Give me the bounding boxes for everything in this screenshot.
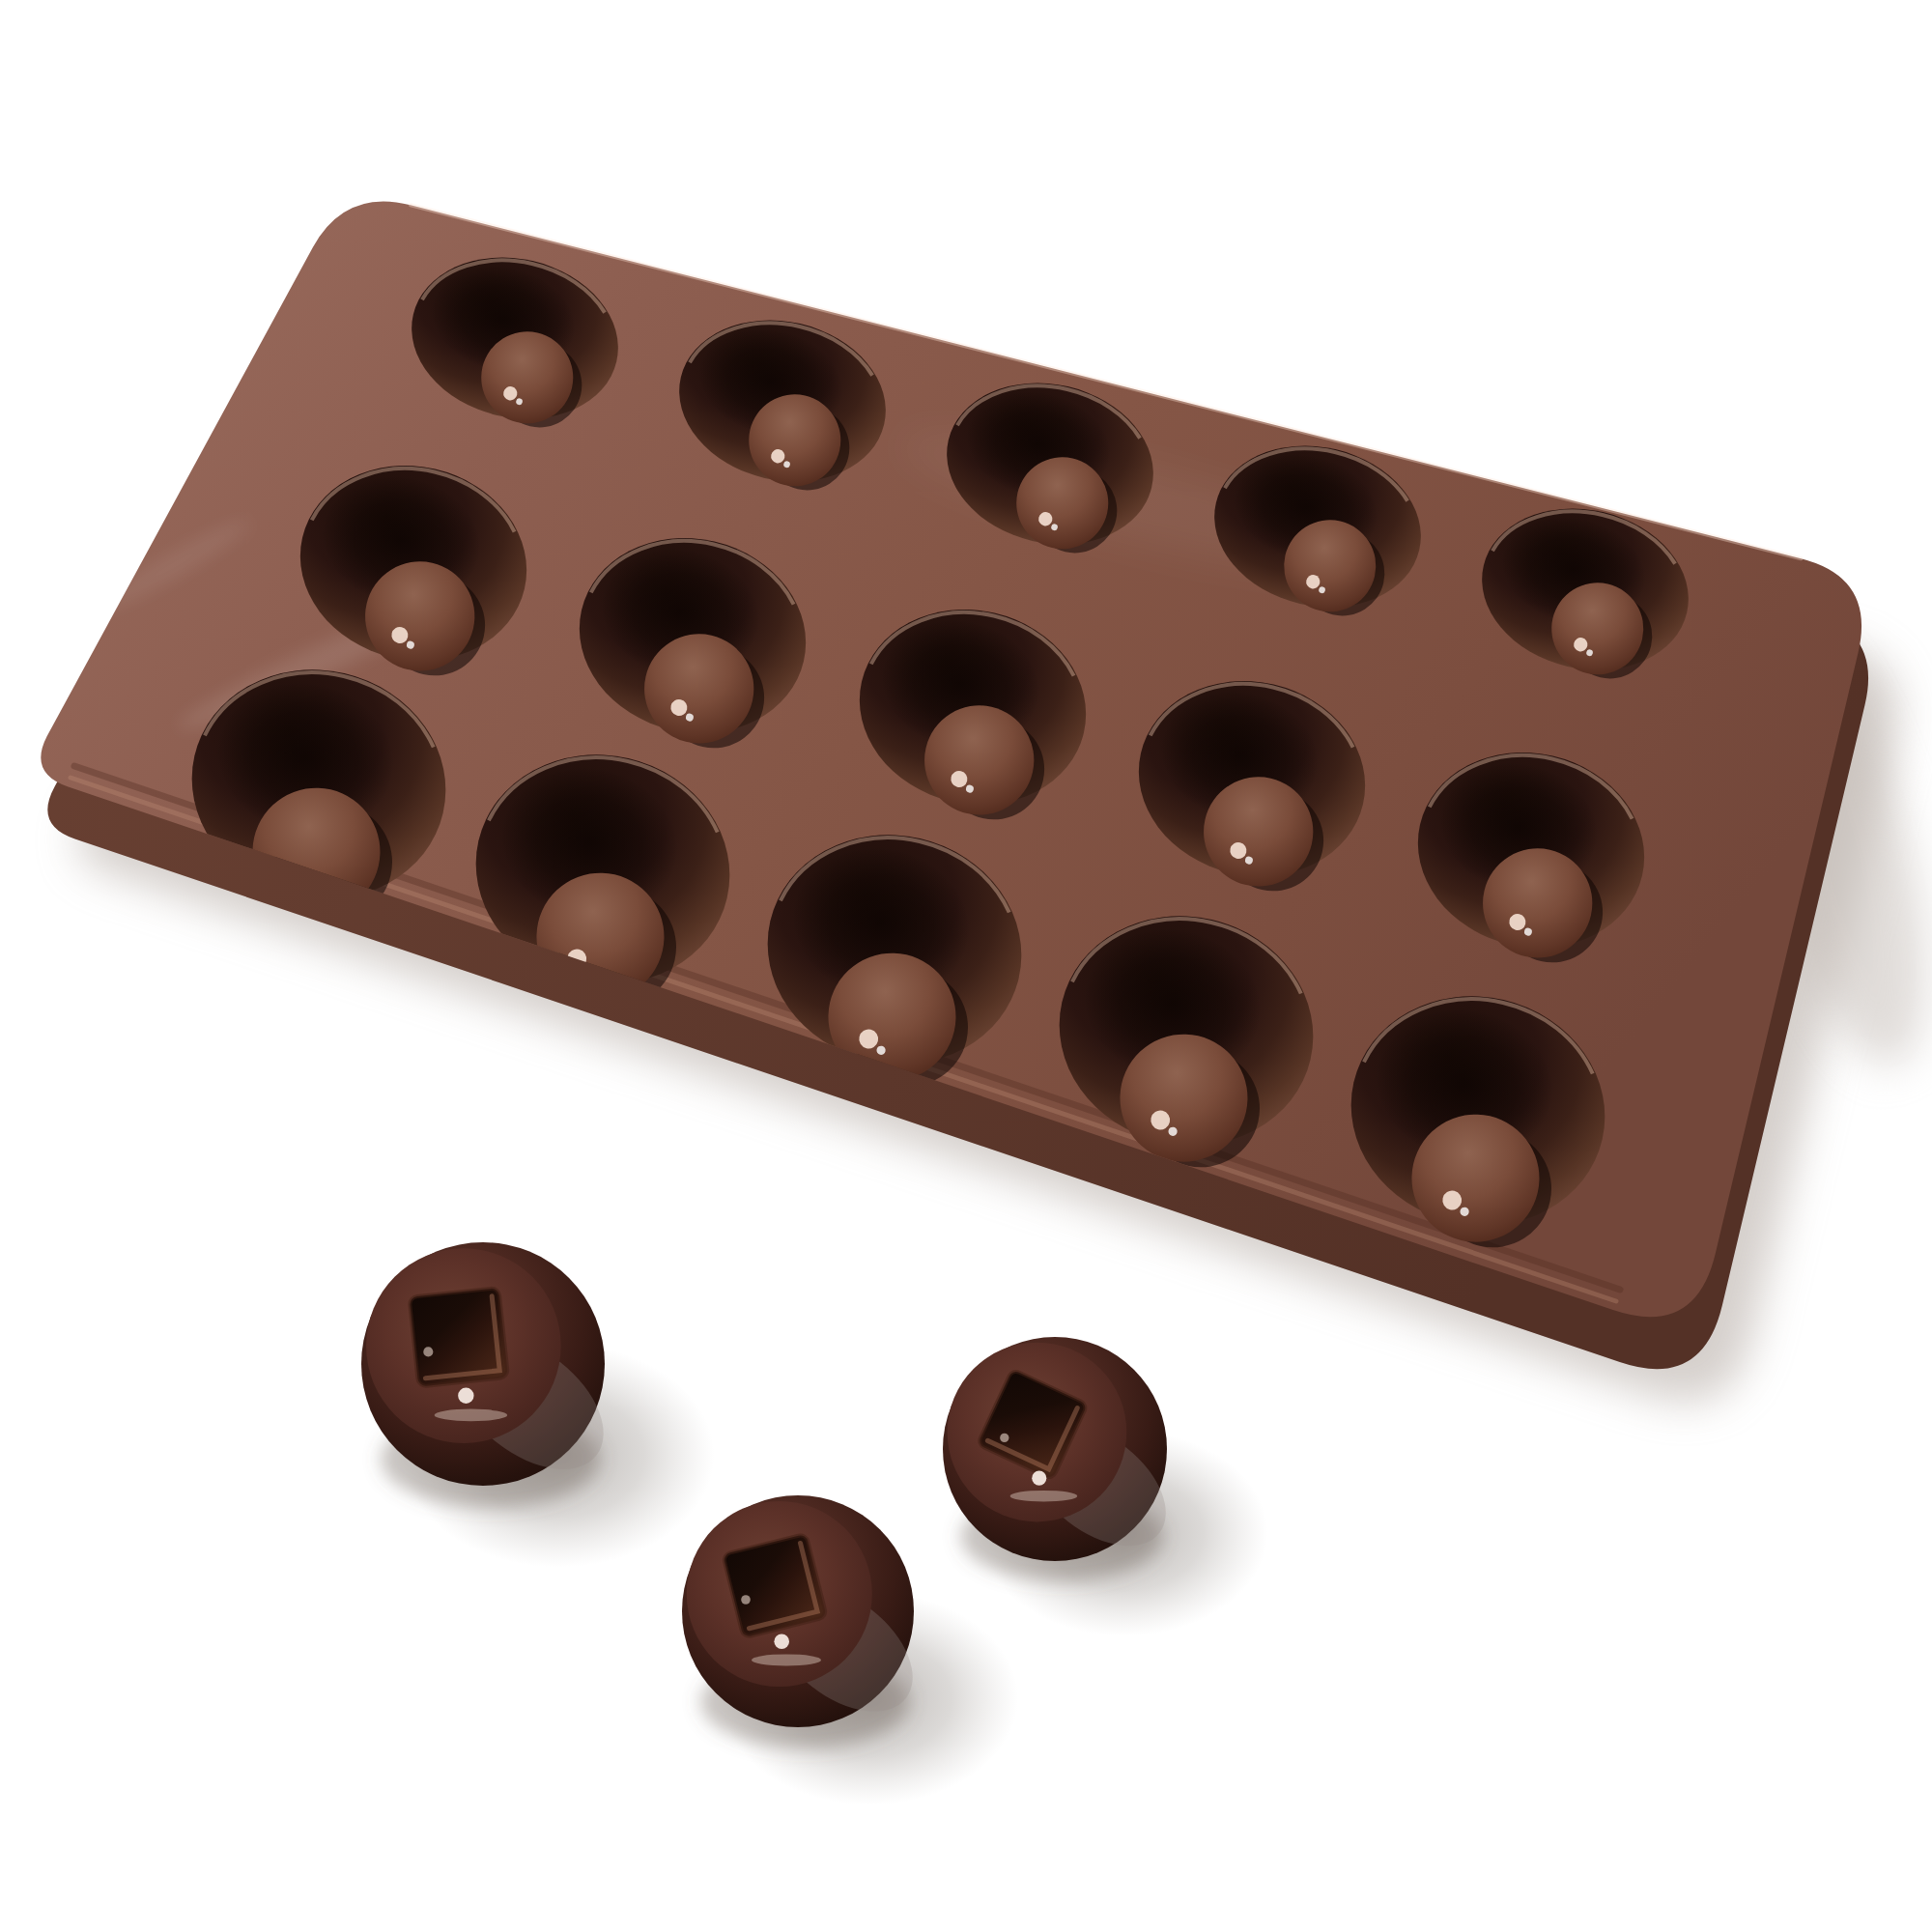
chocolate-mold-photo: [0, 0, 1932, 1932]
chocolate-3: [943, 1337, 1267, 1636]
chocolate-1: [361, 1242, 714, 1567]
photo-stage: [0, 0, 1932, 1932]
chocolate-candies: [361, 1242, 1267, 1804]
